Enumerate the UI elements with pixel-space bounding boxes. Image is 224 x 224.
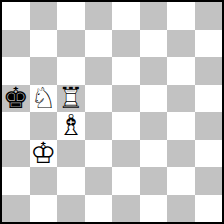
square-h3 <box>195 140 223 168</box>
square-a6 <box>2 57 30 85</box>
square-a3 <box>2 140 30 168</box>
square-d1 <box>85 195 113 223</box>
square-e1 <box>112 195 140 223</box>
square-e5 <box>112 85 140 113</box>
white-knight-fill: ♞ <box>30 85 58 113</box>
square-d2 <box>85 167 113 195</box>
square-c3 <box>57 140 85 168</box>
square-d3 <box>85 140 113 168</box>
square-e7 <box>112 30 140 58</box>
chess-board: ♚♞♘♜♖♝♗♚♔ <box>0 0 224 224</box>
white-king-fill: ♚ <box>30 140 58 168</box>
square-e2 <box>112 167 140 195</box>
square-e8 <box>112 2 140 30</box>
square-c8 <box>57 2 85 30</box>
white-bishop-fill: ♝ <box>57 112 85 140</box>
square-f4 <box>140 112 168 140</box>
square-h5 <box>195 85 223 113</box>
square-g2 <box>167 167 195 195</box>
square-c4: ♝♗ <box>57 112 85 140</box>
square-f2 <box>140 167 168 195</box>
black-king-a5: ♚ <box>2 85 30 113</box>
square-b7 <box>30 30 58 58</box>
square-h8 <box>195 2 223 30</box>
square-d4 <box>85 112 113 140</box>
square-g1 <box>167 195 195 223</box>
square-a5: ♚ <box>2 85 30 113</box>
square-g4 <box>167 112 195 140</box>
square-h2 <box>195 167 223 195</box>
square-a8 <box>2 2 30 30</box>
square-a1 <box>2 195 30 223</box>
square-h6 <box>195 57 223 85</box>
square-b4 <box>30 112 58 140</box>
square-a4 <box>2 112 30 140</box>
square-c2 <box>57 167 85 195</box>
square-b2 <box>30 167 58 195</box>
square-b1 <box>30 195 58 223</box>
square-d6 <box>85 57 113 85</box>
square-h4 <box>195 112 223 140</box>
square-g5 <box>167 85 195 113</box>
square-h1 <box>195 195 223 223</box>
square-e4 <box>112 112 140 140</box>
chess-board-grid: ♚♞♘♜♖♝♗♚♔ <box>2 2 222 222</box>
square-f1 <box>140 195 168 223</box>
square-h7 <box>195 30 223 58</box>
square-f8 <box>140 2 168 30</box>
square-b5: ♞♘ <box>30 85 58 113</box>
square-d7 <box>85 30 113 58</box>
square-g7 <box>167 30 195 58</box>
square-d5 <box>85 85 113 113</box>
square-f3 <box>140 140 168 168</box>
square-g8 <box>167 2 195 30</box>
square-g6 <box>167 57 195 85</box>
square-a2 <box>2 167 30 195</box>
square-c7 <box>57 30 85 58</box>
square-g3 <box>167 140 195 168</box>
square-f6 <box>140 57 168 85</box>
square-b3: ♚♔ <box>30 140 58 168</box>
square-d8 <box>85 2 113 30</box>
square-b6 <box>30 57 58 85</box>
square-a7 <box>2 30 30 58</box>
square-b8 <box>30 2 58 30</box>
white-rook-fill: ♜ <box>57 85 85 113</box>
square-e6 <box>112 57 140 85</box>
white-knight-b5: ♘ <box>30 85 58 113</box>
square-e3 <box>112 140 140 168</box>
square-f5 <box>140 85 168 113</box>
white-bishop-c4: ♗ <box>57 112 85 140</box>
white-rook-c5: ♖ <box>57 85 85 113</box>
square-c1 <box>57 195 85 223</box>
white-king-b3: ♔ <box>30 140 58 168</box>
square-c6 <box>57 57 85 85</box>
square-c5: ♜♖ <box>57 85 85 113</box>
square-f7 <box>140 30 168 58</box>
